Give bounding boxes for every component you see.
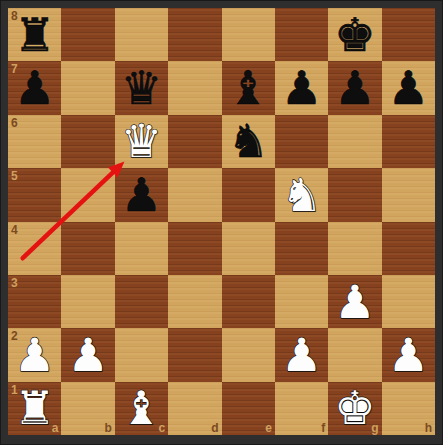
square-f8[interactable] <box>275 8 328 61</box>
square-h7[interactable]: ♟ <box>382 61 435 114</box>
square-g3[interactable]: ♟ <box>328 275 381 328</box>
square-c8[interactable] <box>115 8 168 61</box>
file-label-e: e <box>265 422 272 434</box>
square-b8[interactable] <box>61 8 114 61</box>
square-d3[interactable] <box>168 275 221 328</box>
chess-board: 8♜♚7♟♛♝♟♟♟6♛♞5♟♞43♟2♟♟♟♟1a♜bc♝defg♚h <box>8 8 435 435</box>
square-d6[interactable] <box>168 115 221 168</box>
square-f7[interactable]: ♟ <box>275 61 328 114</box>
square-f4[interactable] <box>275 222 328 275</box>
piece-black-pawn[interactable]: ♟ <box>14 65 55 111</box>
square-h6[interactable] <box>382 115 435 168</box>
square-f3[interactable] <box>275 275 328 328</box>
piece-black-rook[interactable]: ♜ <box>14 12 55 58</box>
piece-black-pawn[interactable]: ♟ <box>281 65 322 111</box>
square-c7[interactable]: ♛ <box>115 61 168 114</box>
square-f6[interactable] <box>275 115 328 168</box>
square-b3[interactable] <box>61 275 114 328</box>
square-a1[interactable]: 1a♜ <box>8 382 61 435</box>
piece-white-queen[interactable]: ♛ <box>121 118 162 164</box>
square-e1[interactable]: e <box>222 382 275 435</box>
square-b7[interactable] <box>61 61 114 114</box>
rank-label-6: 6 <box>11 117 18 129</box>
square-f5[interactable]: ♞ <box>275 168 328 221</box>
square-c5[interactable]: ♟ <box>115 168 168 221</box>
piece-white-rook[interactable]: ♜ <box>14 385 55 431</box>
square-d5[interactable] <box>168 168 221 221</box>
piece-white-pawn[interactable]: ♟ <box>281 332 322 378</box>
square-g1[interactable]: g♚ <box>328 382 381 435</box>
square-a2[interactable]: 2♟ <box>8 328 61 381</box>
square-e8[interactable] <box>222 8 275 61</box>
file-label-b: b <box>104 422 111 434</box>
square-h2[interactable]: ♟ <box>382 328 435 381</box>
square-b2[interactable]: ♟ <box>61 328 114 381</box>
square-g6[interactable] <box>328 115 381 168</box>
square-a4[interactable]: 4 <box>8 222 61 275</box>
rank-label-5: 5 <box>11 170 18 182</box>
square-d7[interactable] <box>168 61 221 114</box>
square-a8[interactable]: 8♜ <box>8 8 61 61</box>
piece-white-pawn[interactable]: ♟ <box>388 332 429 378</box>
square-a3[interactable]: 3 <box>8 275 61 328</box>
square-h4[interactable] <box>382 222 435 275</box>
square-h8[interactable] <box>382 8 435 61</box>
piece-black-queen[interactable]: ♛ <box>121 65 162 111</box>
piece-black-king[interactable]: ♚ <box>334 12 375 58</box>
square-a6[interactable]: 6 <box>8 115 61 168</box>
rank-label-4: 4 <box>11 224 18 236</box>
square-e6[interactable]: ♞ <box>222 115 275 168</box>
square-a5[interactable]: 5 <box>8 168 61 221</box>
file-label-d: d <box>211 422 218 434</box>
square-c4[interactable] <box>115 222 168 275</box>
square-b1[interactable]: b <box>61 382 114 435</box>
square-g4[interactable] <box>328 222 381 275</box>
square-c6[interactable]: ♛ <box>115 115 168 168</box>
square-b4[interactable] <box>61 222 114 275</box>
square-e4[interactable] <box>222 222 275 275</box>
square-e7[interactable]: ♝ <box>222 61 275 114</box>
piece-white-pawn[interactable]: ♟ <box>67 332 108 378</box>
square-g5[interactable] <box>328 168 381 221</box>
square-h5[interactable] <box>382 168 435 221</box>
piece-black-bishop[interactable]: ♝ <box>228 65 269 111</box>
piece-black-pawn[interactable]: ♟ <box>334 65 375 111</box>
square-a7[interactable]: 7♟ <box>8 61 61 114</box>
piece-white-king[interactable]: ♚ <box>334 385 375 431</box>
square-d1[interactable]: d <box>168 382 221 435</box>
square-c2[interactable] <box>115 328 168 381</box>
square-d4[interactable] <box>168 222 221 275</box>
board-frame: 8♜♚7♟♛♝♟♟♟6♛♞5♟♞43♟2♟♟♟♟1a♜bc♝defg♚h <box>0 0 443 445</box>
square-f2[interactable]: ♟ <box>275 328 328 381</box>
piece-white-pawn[interactable]: ♟ <box>14 332 55 378</box>
square-c3[interactable] <box>115 275 168 328</box>
square-e2[interactable] <box>222 328 275 381</box>
file-label-f: f <box>321 422 325 434</box>
square-e3[interactable] <box>222 275 275 328</box>
piece-white-pawn[interactable]: ♟ <box>334 279 375 325</box>
file-label-h: h <box>425 422 432 434</box>
square-e5[interactable] <box>222 168 275 221</box>
square-g7[interactable]: ♟ <box>328 61 381 114</box>
piece-black-pawn[interactable]: ♟ <box>388 65 429 111</box>
rank-label-3: 3 <box>11 277 18 289</box>
square-h3[interactable] <box>382 275 435 328</box>
square-g8[interactable]: ♚ <box>328 8 381 61</box>
square-b5[interactable] <box>61 168 114 221</box>
piece-white-bishop[interactable]: ♝ <box>121 385 162 431</box>
square-d8[interactable] <box>168 8 221 61</box>
square-h1[interactable]: h <box>382 382 435 435</box>
square-f1[interactable]: f <box>275 382 328 435</box>
piece-white-knight[interactable]: ♞ <box>281 172 322 218</box>
square-b6[interactable] <box>61 115 114 168</box>
piece-black-knight[interactable]: ♞ <box>228 118 269 164</box>
piece-black-pawn[interactable]: ♟ <box>121 172 162 218</box>
square-d2[interactable] <box>168 328 221 381</box>
square-c1[interactable]: c♝ <box>115 382 168 435</box>
square-g2[interactable] <box>328 328 381 381</box>
